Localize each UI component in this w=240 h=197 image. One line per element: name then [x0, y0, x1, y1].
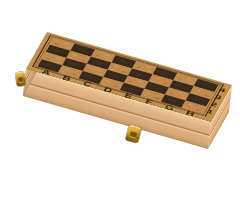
front-brass-latch-icon: [125, 125, 142, 144]
side-brass-latch-icon: [15, 71, 26, 86]
chess-box-photo: ABCDEFGH 4321: [0, 0, 240, 197]
